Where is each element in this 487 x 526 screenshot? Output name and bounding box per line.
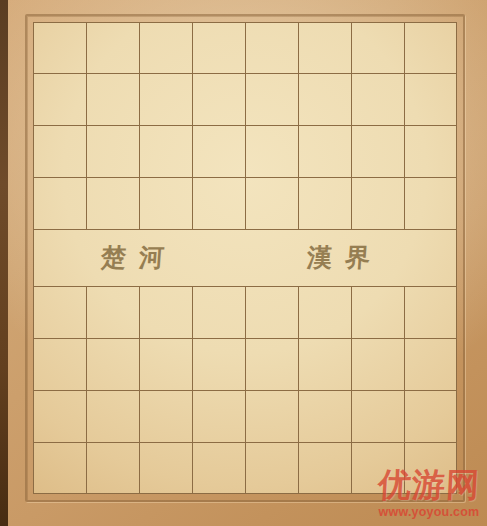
xiangqi-screenshot: 楚河 漢界 优游网 www.yoyou.com bbox=[0, 0, 487, 526]
watermark-site-url: www.yoyou.com bbox=[374, 505, 484, 519]
xiangqi-board: 楚河 漢界 bbox=[33, 22, 457, 494]
screen-left-edge bbox=[0, 0, 8, 526]
pieces-layer bbox=[33, 22, 457, 494]
